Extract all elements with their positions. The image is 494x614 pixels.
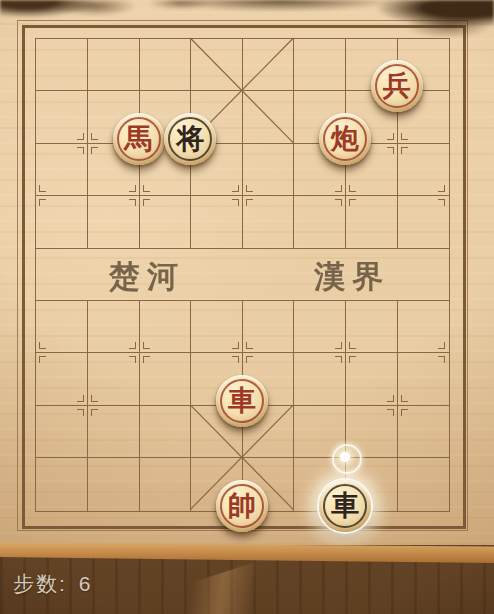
black-general[interactable]: 将: [164, 113, 216, 165]
piece-character: 車: [319, 480, 371, 532]
board-cell: [140, 458, 192, 510]
piece-character: 炮: [319, 113, 371, 165]
piece-character: 馬: [113, 113, 165, 165]
board-cell: [36, 249, 88, 301]
board-cell: [191, 249, 243, 301]
piece-character: 帥: [216, 480, 268, 532]
red-chariot[interactable]: 車: [216, 375, 268, 427]
board-cell: [243, 91, 295, 143]
red-general[interactable]: 帥: [216, 480, 268, 532]
red-horse[interactable]: 馬: [113, 113, 165, 165]
step-counter: 步数:6: [13, 570, 93, 598]
top-dirt-smudge: [0, 0, 494, 60]
step-counter-label: 步数:: [13, 572, 67, 595]
piece-character: 車: [216, 375, 268, 427]
step-counter-value: 6: [79, 572, 93, 595]
board-cell: [36, 458, 88, 510]
piece-character: 兵: [371, 60, 423, 112]
black-chariot[interactable]: 車: [319, 480, 371, 532]
board-cell: [243, 249, 295, 301]
piece-character: 将: [164, 113, 216, 165]
xiangqi-board[interactable]: 楚河 漢界 兵馬将炮車帥車: [0, 0, 494, 545]
board-cell: [88, 458, 140, 510]
red-soldier[interactable]: 兵: [371, 60, 423, 112]
river-label-right: 漢界: [314, 256, 390, 298]
board-cell: [398, 249, 450, 301]
river-label-left: 楚河: [109, 256, 185, 298]
board-cell: [140, 406, 192, 458]
red-cannon[interactable]: 炮: [319, 113, 371, 165]
board-cell: [398, 458, 450, 510]
xiangqi-game-screen: 楚河 漢界 兵馬将炮車帥車 步数:6: [0, 0, 494, 614]
